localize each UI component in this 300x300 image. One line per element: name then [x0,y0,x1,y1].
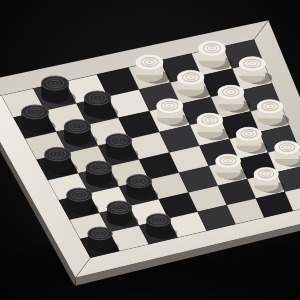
piece-center-dimple [96,97,99,99]
piece-center-dimple [229,91,232,93]
piece-center-dimple [265,173,268,175]
piece-center-dimple [227,160,230,162]
piece-center-dimple [56,153,59,155]
piece-center-dimple [268,106,271,108]
piece-center-dimple [99,233,102,235]
piece-center-dimple [157,219,160,221]
piece-center-dimple [53,82,56,84]
piece-center-dimple [117,140,120,142]
product-photo [0,0,300,300]
piece-center-dimple [208,119,211,121]
piece-center-dimple [189,76,192,78]
piece-center-dimple [33,111,36,113]
piece-center-dimple [251,63,254,65]
piece-center-dimple [118,207,121,209]
piece-center-dimple [168,105,171,107]
piece-center-dimple [78,194,81,196]
piece-center-dimple [76,125,79,127]
piece-center-dimple [138,180,141,182]
piece-center-dimple [97,167,100,169]
piece-center-dimple [286,147,289,149]
piece-center-dimple [247,133,250,135]
piece-center-dimple [148,61,151,63]
piece-center-dimple [210,47,213,49]
white-piece[interactable] [275,141,300,167]
checkers-board [0,0,300,300]
